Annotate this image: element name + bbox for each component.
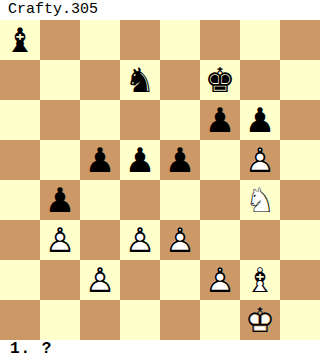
square-g7[interactable] bbox=[240, 60, 280, 100]
square-e5[interactable]: ♟ bbox=[160, 140, 200, 180]
square-d7[interactable]: ♞ bbox=[120, 60, 160, 100]
square-e6[interactable] bbox=[160, 100, 200, 140]
square-a7[interactable] bbox=[0, 60, 40, 100]
square-g5[interactable]: ♟♙ bbox=[240, 140, 280, 180]
square-h6[interactable] bbox=[280, 100, 320, 140]
white-pawn-icon: ♙ bbox=[200, 260, 240, 300]
white-knight-fill: ♞ bbox=[240, 180, 280, 220]
square-b2[interactable] bbox=[40, 260, 80, 300]
square-g3[interactable] bbox=[240, 220, 280, 260]
black-pawn-icon: ♟ bbox=[240, 100, 280, 140]
square-g1[interactable]: ♚♔ bbox=[240, 300, 280, 340]
square-g6[interactable]: ♟ bbox=[240, 100, 280, 140]
square-b5[interactable] bbox=[40, 140, 80, 180]
black-pawn-icon: ♟ bbox=[40, 180, 80, 220]
white-bishop-icon: ♗ bbox=[240, 260, 280, 300]
square-h7[interactable] bbox=[280, 60, 320, 100]
square-g8[interactable] bbox=[240, 20, 280, 60]
square-c2[interactable]: ♟♙ bbox=[80, 260, 120, 300]
square-d2[interactable] bbox=[120, 260, 160, 300]
black-pawn-icon: ♟ bbox=[80, 140, 120, 180]
square-b7[interactable] bbox=[40, 60, 80, 100]
black-pawn-icon: ♟ bbox=[160, 140, 200, 180]
white-pawn-fill: ♟ bbox=[40, 220, 80, 260]
square-a3[interactable] bbox=[0, 220, 40, 260]
square-d4[interactable] bbox=[120, 180, 160, 220]
square-f8[interactable] bbox=[200, 20, 240, 60]
black-pawn-icon: ♟ bbox=[120, 140, 160, 180]
square-f3[interactable] bbox=[200, 220, 240, 260]
square-c4[interactable] bbox=[80, 180, 120, 220]
square-e3[interactable]: ♟♙ bbox=[160, 220, 200, 260]
square-f2[interactable]: ♟♙ bbox=[200, 260, 240, 300]
white-pawn-fill: ♟ bbox=[200, 260, 240, 300]
square-a6[interactable] bbox=[0, 100, 40, 140]
square-a8[interactable]: ♝ bbox=[0, 20, 40, 60]
square-b3[interactable]: ♟♙ bbox=[40, 220, 80, 260]
square-d6[interactable] bbox=[120, 100, 160, 140]
white-pawn-icon: ♙ bbox=[120, 220, 160, 260]
window-title: Crafty.305 bbox=[0, 0, 320, 20]
square-h1[interactable] bbox=[280, 300, 320, 340]
chess-board: ♝♞♚♟♟♟♟♟♟♙♟♞♘♟♙♟♙♟♙♟♙♟♙♝♗♚♔ bbox=[0, 20, 320, 340]
square-a1[interactable] bbox=[0, 300, 40, 340]
square-c3[interactable] bbox=[80, 220, 120, 260]
black-knight-icon: ♞ bbox=[120, 60, 160, 100]
black-bishop-icon: ♝ bbox=[0, 20, 40, 60]
square-h4[interactable] bbox=[280, 180, 320, 220]
square-c6[interactable] bbox=[80, 100, 120, 140]
white-pawn-fill: ♟ bbox=[120, 220, 160, 260]
square-c5[interactable]: ♟ bbox=[80, 140, 120, 180]
white-pawn-fill: ♟ bbox=[160, 220, 200, 260]
square-f5[interactable] bbox=[200, 140, 240, 180]
white-pawn-icon: ♙ bbox=[160, 220, 200, 260]
black-king-icon: ♚ bbox=[200, 60, 240, 100]
black-pawn-icon: ♟ bbox=[200, 100, 240, 140]
square-c8[interactable] bbox=[80, 20, 120, 60]
white-pawn-fill: ♟ bbox=[80, 260, 120, 300]
square-g2[interactable]: ♝♗ bbox=[240, 260, 280, 300]
square-f6[interactable]: ♟ bbox=[200, 100, 240, 140]
square-b6[interactable] bbox=[40, 100, 80, 140]
square-a4[interactable] bbox=[0, 180, 40, 220]
square-d3[interactable]: ♟♙ bbox=[120, 220, 160, 260]
square-h5[interactable] bbox=[280, 140, 320, 180]
white-bishop-fill: ♝ bbox=[240, 260, 280, 300]
white-king-icon: ♔ bbox=[240, 300, 280, 340]
square-d5[interactable]: ♟ bbox=[120, 140, 160, 180]
square-d8[interactable] bbox=[120, 20, 160, 60]
square-e2[interactable] bbox=[160, 260, 200, 300]
square-f7[interactable]: ♚ bbox=[200, 60, 240, 100]
square-e1[interactable] bbox=[160, 300, 200, 340]
square-c1[interactable] bbox=[80, 300, 120, 340]
square-d1[interactable] bbox=[120, 300, 160, 340]
move-prompt: 1. ? bbox=[0, 340, 320, 360]
square-e7[interactable] bbox=[160, 60, 200, 100]
white-knight-icon: ♘ bbox=[240, 180, 280, 220]
square-e8[interactable] bbox=[160, 20, 200, 60]
white-pawn-fill: ♟ bbox=[240, 140, 280, 180]
square-b1[interactable] bbox=[40, 300, 80, 340]
square-g4[interactable]: ♞♘ bbox=[240, 180, 280, 220]
square-b8[interactable] bbox=[40, 20, 80, 60]
square-b4[interactable]: ♟ bbox=[40, 180, 80, 220]
square-f1[interactable] bbox=[200, 300, 240, 340]
white-pawn-icon: ♙ bbox=[240, 140, 280, 180]
square-a5[interactable] bbox=[0, 140, 40, 180]
square-c7[interactable] bbox=[80, 60, 120, 100]
square-h3[interactable] bbox=[280, 220, 320, 260]
square-h2[interactable] bbox=[280, 260, 320, 300]
square-f4[interactable] bbox=[200, 180, 240, 220]
white-king-fill: ♚ bbox=[240, 300, 280, 340]
white-pawn-icon: ♙ bbox=[40, 220, 80, 260]
white-pawn-icon: ♙ bbox=[80, 260, 120, 300]
square-a2[interactable] bbox=[0, 260, 40, 300]
square-e4[interactable] bbox=[160, 180, 200, 220]
square-h8[interactable] bbox=[280, 20, 320, 60]
